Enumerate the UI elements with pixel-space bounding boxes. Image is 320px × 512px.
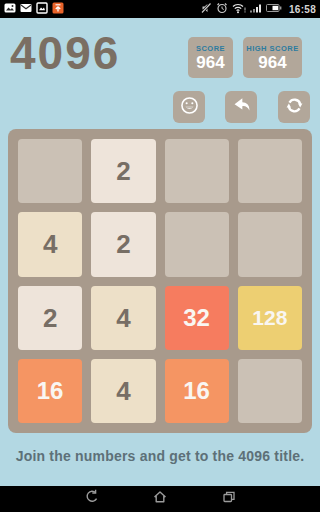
tile-4: 4 <box>91 359 155 423</box>
tile-16: 16 <box>165 359 229 423</box>
status-bar[interactable]: 16:58 <box>0 0 320 18</box>
tile-2: 2 <box>91 139 155 203</box>
game-board[interactable]: 242243212816416 <box>8 129 312 433</box>
gallery-icon <box>4 0 16 18</box>
screenshot-icon <box>36 0 48 18</box>
recents-button[interactable] <box>219 490 239 508</box>
screen: 16:58 4096 SCORE 964 HIGH SCORE 964 <box>0 0 320 512</box>
empty-cell <box>18 139 82 203</box>
back-arrow-icon <box>82 489 100 509</box>
tile-4: 4 <box>91 286 155 350</box>
empty-cell <box>165 212 229 276</box>
recents-icon <box>220 489 238 509</box>
undo-button[interactable] <box>225 91 257 123</box>
tile-128: 128 <box>238 286 302 350</box>
undo-arrow-icon <box>231 95 252 119</box>
update-icon <box>52 0 64 18</box>
clock-time: 16:58 <box>289 4 316 15</box>
tile-2: 2 <box>18 286 82 350</box>
score-value: 964 <box>196 54 224 71</box>
score-label: SCORE <box>196 44 225 53</box>
game-app: 4096 SCORE 964 HIGH SCORE 964 2422432128… <box>0 18 320 486</box>
high-score-value: 964 <box>258 54 286 71</box>
instruction-text: Join the numbers and get to the 4096 tit… <box>0 448 320 464</box>
smiley-icon <box>179 95 200 119</box>
empty-cell <box>165 139 229 203</box>
tile-4: 4 <box>18 212 82 276</box>
status-icons: 16:58 <box>201 0 316 18</box>
app-title: 4096 <box>10 26 120 80</box>
signal-icon <box>250 0 262 18</box>
home-button[interactable] <box>150 490 170 508</box>
home-icon <box>151 489 169 509</box>
wifi-icon <box>232 0 246 18</box>
back-button[interactable] <box>81 490 101 508</box>
high-score-box: HIGH SCORE 964 <box>243 37 302 78</box>
notification-icons <box>4 0 64 18</box>
high-score-label: HIGH SCORE <box>246 44 299 53</box>
restart-button[interactable] <box>278 91 310 123</box>
mute-icon <box>201 0 212 18</box>
alarm-icon <box>216 0 228 18</box>
mood-button[interactable] <box>173 91 205 123</box>
tile-2: 2 <box>91 212 155 276</box>
score-box: SCORE 964 <box>188 37 233 78</box>
tile-32: 32 <box>165 286 229 350</box>
email-icon <box>20 0 32 18</box>
tile-16: 16 <box>18 359 82 423</box>
battery-icon <box>266 0 282 18</box>
empty-cell <box>238 212 302 276</box>
navigation-bar <box>0 486 320 512</box>
empty-cell <box>238 359 302 423</box>
empty-cell <box>238 139 302 203</box>
refresh-icon <box>284 95 305 119</box>
